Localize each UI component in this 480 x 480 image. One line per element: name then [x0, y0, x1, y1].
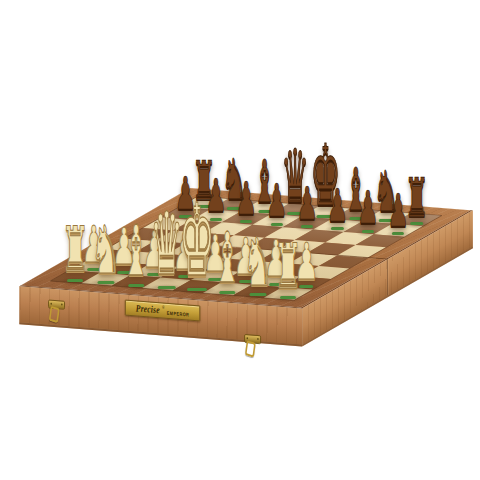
- registered-trademark-icon: ®: [162, 306, 165, 311]
- brass-clasp-front: [244, 334, 261, 345]
- screw-icon: [50, 303, 52, 305]
- screw-icon: [61, 304, 63, 306]
- clasp-hook: [49, 306, 60, 323]
- chess-set-photo: Precise® EMPEROR ♜♞♝♛♚♝♞♜♟♟♟♟♟♟♟♟♟♟♟♟♟♟♟…: [0, 0, 480, 480]
- brand-name: Precise: [136, 303, 160, 315]
- model-name: EMPEROR: [167, 310, 189, 317]
- clasp-hook: [245, 340, 256, 357]
- fold-seam-side: [387, 259, 388, 296]
- brass-clasp-left: [48, 299, 65, 310]
- screw-icon: [247, 337, 249, 339]
- screw-icon: [257, 338, 259, 340]
